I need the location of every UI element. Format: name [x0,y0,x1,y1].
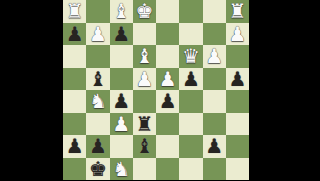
square-c3[interactable]: ♛ [179,45,202,68]
square-h4[interactable] [63,68,86,91]
square-f8[interactable]: ♞ [110,158,133,181]
square-g1[interactable] [86,0,109,23]
square-e3[interactable]: ♝ [133,45,156,68]
square-g6[interactable] [86,113,109,136]
square-c2[interactable] [179,23,202,46]
square-a7[interactable] [226,135,249,158]
square-h6[interactable] [63,113,86,136]
black-pawn-icon[interactable]: ♟ [63,23,86,46]
square-h5[interactable] [63,90,86,113]
square-d6[interactable] [156,113,179,136]
white-pawn-icon[interactable]: ♟ [226,23,249,46]
square-a4[interactable]: ♟ [226,68,249,91]
square-f2[interactable]: ♟ [110,23,133,46]
black-bishop-icon[interactable]: ♝ [86,68,109,91]
square-a2[interactable]: ♟ [226,23,249,46]
square-f4[interactable] [110,68,133,91]
black-pawn-icon[interactable]: ♟ [156,90,179,113]
square-a5[interactable] [226,90,249,113]
black-pawn-icon[interactable]: ♟ [203,135,226,158]
square-e5[interactable] [133,90,156,113]
square-d4[interactable]: ♟ [156,68,179,91]
square-a8[interactable] [226,158,249,181]
square-c7[interactable] [179,135,202,158]
square-g3[interactable] [86,45,109,68]
white-pawn-icon[interactable]: ♟ [133,68,156,91]
square-h7[interactable]: ♟ [63,135,86,158]
white-bishop-icon[interactable]: ♝ [133,45,156,68]
square-d8[interactable] [156,158,179,181]
app-window: ♜♝♚♜♟♟♟♟♝♛♟♝♟♟♟♟♞♟♟♟♜♟♟♝♟♚♞ [0,0,320,180]
square-b5[interactable] [203,90,226,113]
square-e7[interactable]: ♝ [133,135,156,158]
white-pawn-icon[interactable]: ♟ [203,45,226,68]
square-h2[interactable]: ♟ [63,23,86,46]
white-rook-icon[interactable]: ♜ [226,0,249,23]
square-h1[interactable]: ♜ [63,0,86,23]
black-rook-icon[interactable]: ♜ [133,113,156,136]
square-b6[interactable] [203,113,226,136]
square-g8[interactable]: ♚ [86,158,109,181]
square-c8[interactable] [179,158,202,181]
square-e1[interactable]: ♚ [133,0,156,23]
square-b4[interactable] [203,68,226,91]
black-pawn-icon[interactable]: ♟ [63,135,86,158]
black-pawn-icon[interactable]: ♟ [179,68,202,91]
square-c4[interactable]: ♟ [179,68,202,91]
square-c1[interactable] [179,0,202,23]
square-d2[interactable] [156,23,179,46]
square-g5[interactable]: ♞ [86,90,109,113]
square-c6[interactable] [179,113,202,136]
square-g2[interactable]: ♟ [86,23,109,46]
square-d5[interactable]: ♟ [156,90,179,113]
black-pawn-icon[interactable]: ♟ [110,23,133,46]
black-pawn-icon[interactable]: ♟ [226,68,249,91]
square-b3[interactable]: ♟ [203,45,226,68]
square-d7[interactable] [156,135,179,158]
square-d1[interactable] [156,0,179,23]
square-a1[interactable]: ♜ [226,0,249,23]
square-d3[interactable] [156,45,179,68]
white-queen-icon[interactable]: ♛ [179,45,202,68]
square-f6[interactable]: ♟ [110,113,133,136]
square-f3[interactable] [110,45,133,68]
square-g4[interactable]: ♝ [86,68,109,91]
white-pawn-icon[interactable]: ♟ [86,23,109,46]
square-a6[interactable] [226,113,249,136]
black-bishop-icon[interactable]: ♝ [133,135,156,158]
square-g7[interactable]: ♟ [86,135,109,158]
square-e4[interactable]: ♟ [133,68,156,91]
square-b2[interactable] [203,23,226,46]
square-c5[interactable] [179,90,202,113]
black-pawn-icon[interactable]: ♟ [110,90,133,113]
white-knight-icon[interactable]: ♞ [110,158,133,181]
black-king-icon[interactable]: ♚ [86,158,109,181]
square-f7[interactable] [110,135,133,158]
black-pawn-icon[interactable]: ♟ [86,135,109,158]
square-e6[interactable]: ♜ [133,113,156,136]
square-a3[interactable] [226,45,249,68]
square-h8[interactable] [63,158,86,181]
square-e2[interactable] [133,23,156,46]
white-king-icon[interactable]: ♚ [133,0,156,23]
square-f1[interactable]: ♝ [110,0,133,23]
white-knight-icon[interactable]: ♞ [86,90,109,113]
white-bishop-icon[interactable]: ♝ [110,0,133,23]
square-e8[interactable] [133,158,156,181]
square-b8[interactable] [203,158,226,181]
square-f5[interactable]: ♟ [110,90,133,113]
chess-board: ♜♝♚♜♟♟♟♟♝♛♟♝♟♟♟♟♞♟♟♟♜♟♟♝♟♚♞ [63,0,249,180]
square-b7[interactable]: ♟ [203,135,226,158]
square-b1[interactable] [203,0,226,23]
white-pawn-icon[interactable]: ♟ [156,68,179,91]
white-pawn-icon[interactable]: ♟ [110,113,133,136]
square-h3[interactable] [63,45,86,68]
white-rook-icon[interactable]: ♜ [63,0,86,23]
